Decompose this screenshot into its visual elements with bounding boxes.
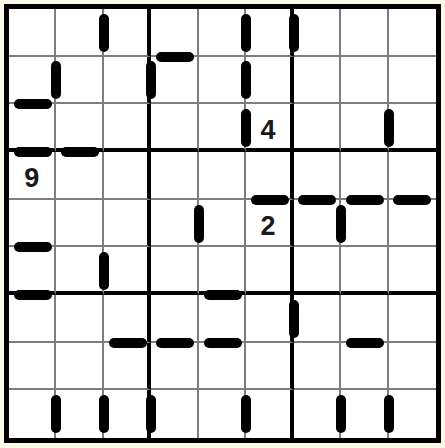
- cell-r9c8[interactable]: [341, 390, 388, 438]
- cell-r1c4[interactable]: [151, 9, 198, 57]
- cell-r3c7[interactable]: [294, 104, 341, 152]
- cell-r2c7[interactable]: [294, 57, 341, 105]
- cell-r4c2[interactable]: [56, 152, 103, 200]
- cell-r7c5[interactable]: [199, 295, 246, 343]
- cell-r1c5[interactable]: [199, 9, 246, 57]
- sudoku-board-grid: 492: [9, 9, 436, 438]
- cell-r3c1[interactable]: [9, 104, 56, 152]
- cell-r9c5[interactable]: [199, 390, 246, 438]
- cell-r1c8[interactable]: [341, 9, 388, 57]
- cell-r6c4[interactable]: [151, 247, 198, 295]
- cell-r9c9[interactable]: [389, 390, 436, 438]
- cell-r8c5[interactable]: [199, 343, 246, 391]
- cell-r7c6[interactable]: [246, 295, 293, 343]
- cell-r7c7[interactable]: [294, 295, 341, 343]
- cell-r6c2[interactable]: [56, 247, 103, 295]
- cell-r1c2[interactable]: [56, 9, 103, 57]
- cell-r7c1[interactable]: [9, 295, 56, 343]
- cell-r6c9[interactable]: [389, 247, 436, 295]
- cell-r6c8[interactable]: [341, 247, 388, 295]
- cell-r4c8[interactable]: [341, 152, 388, 200]
- cell-r9c1[interactable]: [9, 390, 56, 438]
- cell-r4c4[interactable]: [151, 152, 198, 200]
- cell-r5c9[interactable]: [389, 200, 436, 248]
- cell-r6c5[interactable]: [199, 247, 246, 295]
- cell-r5c3[interactable]: [104, 200, 151, 248]
- cell-r3c8[interactable]: [341, 104, 388, 152]
- cell-r1c6[interactable]: [246, 9, 293, 57]
- cell-r3c3[interactable]: [104, 104, 151, 152]
- cell-r8c2[interactable]: [56, 343, 103, 391]
- cell-r8c7[interactable]: [294, 343, 341, 391]
- given-digit: 4: [260, 117, 275, 144]
- cell-r8c9[interactable]: [389, 343, 436, 391]
- cell-r1c3[interactable]: [104, 9, 151, 57]
- cell-r6c6[interactable]: [246, 247, 293, 295]
- cell-r5c1[interactable]: [9, 200, 56, 248]
- cell-r5c4[interactable]: [151, 200, 198, 248]
- cell-r4c5[interactable]: [199, 152, 246, 200]
- cell-r3c4[interactable]: [151, 104, 198, 152]
- cell-r5c8[interactable]: [341, 200, 388, 248]
- cell-r1c7[interactable]: [294, 9, 341, 57]
- cell-r8c3[interactable]: [104, 343, 151, 391]
- cell-r5c2[interactable]: [56, 200, 103, 248]
- sudoku-board: 492: [4, 4, 441, 443]
- cell-r7c4[interactable]: [151, 295, 198, 343]
- cell-r4c6[interactable]: [246, 152, 293, 200]
- cell-r3c2[interactable]: [56, 104, 103, 152]
- cell-r8c1[interactable]: [9, 343, 56, 391]
- cell-r3c9[interactable]: [389, 104, 436, 152]
- cell-r7c8[interactable]: [341, 295, 388, 343]
- cell-r7c3[interactable]: [104, 295, 151, 343]
- cell-r2c1[interactable]: [9, 57, 56, 105]
- cell-r2c5[interactable]: [199, 57, 246, 105]
- cell-r9c3[interactable]: [104, 390, 151, 438]
- cell-r4c7[interactable]: [294, 152, 341, 200]
- cell-r2c2[interactable]: [56, 57, 103, 105]
- cell-r2c8[interactable]: [341, 57, 388, 105]
- cell-r4c3[interactable]: [104, 152, 151, 200]
- cell-r7c2[interactable]: [56, 295, 103, 343]
- cell-r8c4[interactable]: [151, 343, 198, 391]
- cell-r6c3[interactable]: [104, 247, 151, 295]
- cell-r9c7[interactable]: [294, 390, 341, 438]
- cell-r1c9[interactable]: [389, 9, 436, 57]
- cell-r2c4[interactable]: [151, 57, 198, 105]
- cell-r4c1[interactable]: 9: [9, 152, 56, 200]
- cell-r5c7[interactable]: [294, 200, 341, 248]
- cell-r5c6[interactable]: 2: [246, 200, 293, 248]
- cell-r2c6[interactable]: [246, 57, 293, 105]
- given-digit: 2: [260, 213, 275, 240]
- cell-r2c9[interactable]: [389, 57, 436, 105]
- cell-r1c1[interactable]: [9, 9, 56, 57]
- cell-r8c6[interactable]: [246, 343, 293, 391]
- cell-r8c8[interactable]: [341, 343, 388, 391]
- cell-r6c1[interactable]: [9, 247, 56, 295]
- cell-r6c7[interactable]: [294, 247, 341, 295]
- cell-r2c3[interactable]: [104, 57, 151, 105]
- cell-r5c5[interactable]: [199, 200, 246, 248]
- cell-r9c6[interactable]: [246, 390, 293, 438]
- cell-r3c5[interactable]: [199, 104, 246, 152]
- given-digit: 9: [24, 165, 39, 192]
- cell-r9c4[interactable]: [151, 390, 198, 438]
- cell-r4c9[interactable]: [389, 152, 436, 200]
- cell-r7c9[interactable]: [389, 295, 436, 343]
- cell-r9c2[interactable]: [56, 390, 103, 438]
- cell-r3c6[interactable]: 4: [246, 104, 293, 152]
